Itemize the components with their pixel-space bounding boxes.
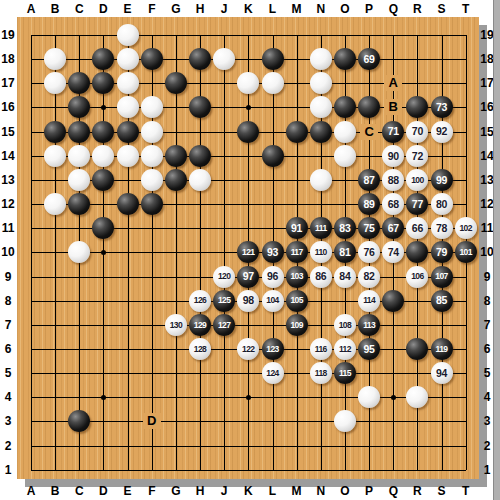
column-label: B [46,484,64,498]
white-stone-H6: 128 [189,338,211,360]
white-stone-O15 [334,121,356,143]
column-label: Q [384,2,402,16]
column-label: C [70,484,88,498]
column-label: K [239,2,257,16]
row-label: 9 [0,270,16,284]
column-label: M [288,2,306,16]
white-stone-O6: 112 [334,338,356,360]
column-label: P [360,484,378,498]
black-stone-J7: 127 [213,314,235,336]
white-stone-T11: 102 [455,217,477,239]
black-stone-C12 [68,193,90,215]
row-label: 15 [0,125,16,139]
white-stone-Q10: 74 [382,241,404,263]
column-label: D [94,484,112,498]
column-label: L [264,2,282,16]
move-number: 70 [412,126,423,137]
scrollbar-strip[interactable] [493,0,500,500]
move-number: 72 [412,151,423,162]
white-stone-E19 [117,24,139,46]
white-stone-N10: 110 [310,241,332,263]
go-diagram-viewer: 6973717092907287881009989687780911118375… [0,0,500,500]
black-stone-H7: 129 [189,314,211,336]
column-label: N [312,484,330,498]
white-stone-C10 [68,241,90,263]
column-label: A [22,2,40,16]
black-stone-D13 [92,169,114,191]
white-stone-S11: 78 [431,217,453,239]
move-number: 87 [364,175,375,186]
star-point [391,395,396,400]
white-stone-Q14: 90 [382,145,404,167]
move-number: 78 [436,223,447,234]
white-stone-B18 [44,48,66,70]
grid-line [31,470,466,471]
white-stone-O7: 108 [334,314,356,336]
move-number: 71 [388,126,399,137]
move-number: 89 [364,199,375,210]
column-label: Q [384,484,402,498]
column-label: O [336,2,354,16]
white-stone-E14 [117,145,139,167]
black-stone-F12 [141,193,163,215]
move-number: 130 [170,321,182,330]
column-label: F [143,2,161,16]
white-stone-L17 [262,72,284,94]
move-number: 79 [436,247,447,258]
move-number: 120 [218,272,230,281]
white-stone-R15: 70 [406,121,428,143]
move-number: 104 [266,296,278,305]
black-stone-Q8 [382,290,404,312]
black-stone-K9: 97 [237,266,259,288]
white-stone-L9: 96 [262,266,284,288]
move-number: 102 [459,224,471,233]
black-stone-C3 [68,410,90,432]
black-stone-J8: 125 [213,290,235,312]
white-stone-N17 [310,72,332,94]
star-point [101,105,106,110]
white-stone-J9: 120 [213,266,235,288]
white-stone-E16 [117,96,139,118]
white-stone-B14 [44,145,66,167]
white-stone-F15 [141,121,163,143]
black-stone-G17 [165,72,187,94]
black-stone-R16 [406,96,428,118]
white-stone-P10: 76 [358,241,380,263]
grid-line [31,446,466,447]
move-number: 93 [267,247,278,258]
row-label: 11 [0,221,16,235]
black-stone-Q11: 67 [382,217,404,239]
move-number: 118 [315,369,327,378]
annotation-B: B [384,99,402,115]
white-stone-E18 [117,48,139,70]
move-number: 106 [411,272,423,281]
black-stone-P7: 113 [358,314,380,336]
white-stone-S12: 80 [431,193,453,215]
move-number: 77 [412,199,423,210]
black-stone-R6 [406,338,428,360]
move-number: 86 [315,271,326,282]
move-number: 110 [315,248,327,257]
black-stone-M9: 103 [286,266,308,288]
white-stone-S5: 94 [431,362,453,384]
move-number: 88 [388,175,399,186]
column-label: F [143,484,161,498]
black-stone-M15 [286,121,308,143]
black-stone-E12 [117,193,139,215]
row-label: 17 [0,76,16,90]
black-stone-B15 [44,121,66,143]
black-stone-K10: 121 [237,241,259,263]
column-label: S [433,2,451,16]
black-stone-F18 [141,48,163,70]
star-point [101,395,106,400]
move-number: 81 [339,247,350,258]
black-stone-P18: 69 [358,48,380,70]
move-number: 113 [363,321,375,330]
white-stone-S15: 92 [431,121,453,143]
move-number: 126 [194,296,206,305]
column-label: L [264,484,282,498]
row-label: 10 [0,245,16,259]
white-stone-O3 [334,410,356,432]
row-label: 13 [0,173,16,187]
black-stone-L6: 123 [262,338,284,360]
black-stone-P6: 95 [358,338,380,360]
move-number: 82 [364,271,375,282]
grid-line [31,421,466,422]
grid-line [31,325,466,326]
white-stone-F13 [141,169,163,191]
column-label: H [191,484,209,498]
black-stone-P11: 75 [358,217,380,239]
row-label: 5 [0,366,16,380]
move-number: 67 [388,223,399,234]
black-stone-N15 [310,121,332,143]
white-stone-C13 [68,169,90,191]
white-stone-N9: 86 [310,266,332,288]
white-stone-F14 [141,145,163,167]
column-label: J [215,484,233,498]
white-stone-E17 [117,72,139,94]
row-label: 6 [0,342,16,356]
black-stone-Q15: 71 [382,121,404,143]
white-stone-K17 [237,72,259,94]
move-number: 75 [364,223,375,234]
move-number: 68 [388,199,399,210]
black-stone-K15 [237,121,259,143]
white-stone-D14 [92,145,114,167]
grid-line [31,373,466,374]
black-stone-M7: 109 [286,314,308,336]
black-stone-S13: 99 [431,169,453,191]
row-label: 12 [0,197,16,211]
column-label: G [167,484,185,498]
row-label: 3 [0,414,16,428]
column-label: G [167,2,185,16]
move-number: 94 [436,368,447,379]
white-stone-B12 [44,193,66,215]
black-stone-H16 [189,96,211,118]
white-stone-N6: 116 [310,338,332,360]
move-number: 125 [218,296,230,305]
annotation-A: A [384,75,402,91]
star-point [246,395,251,400]
row-label: 14 [0,149,16,163]
annotation-D: D [143,413,161,429]
white-stone-P9: 82 [358,266,380,288]
column-label: C [70,2,88,16]
black-stone-R12: 77 [406,193,428,215]
star-point [246,105,251,110]
white-stone-C14 [68,145,90,167]
white-stone-B17 [44,72,66,94]
row-label: 19 [0,28,16,42]
white-stone-Q13: 88 [382,169,404,191]
black-stone-S9: 107 [431,266,453,288]
black-stone-M8: 105 [286,290,308,312]
move-number: 101 [459,248,471,257]
move-number: 117 [291,248,303,257]
white-stone-P4 [358,386,380,408]
white-stone-K6: 122 [237,338,259,360]
move-number: 105 [290,296,302,305]
move-number: 80 [436,199,447,210]
white-stone-L5: 124 [262,362,284,384]
row-label: 16 [0,100,16,114]
black-stone-D17 [92,72,114,94]
black-stone-D18 [92,48,114,70]
white-stone-R4 [406,386,428,408]
move-number: 103 [290,272,302,281]
white-stone-J18 [213,48,235,70]
move-number: 111 [315,224,326,233]
move-number: 85 [436,295,447,306]
black-stone-S6: 119 [431,338,453,360]
column-label: N [312,2,330,16]
black-stone-C16 [68,96,90,118]
annotation-C: C [360,124,378,140]
white-stone-L8: 104 [262,290,284,312]
white-stone-F16 [141,96,163,118]
black-stone-G13 [165,169,187,191]
move-number: 96 [267,271,278,282]
column-label: S [433,484,451,498]
row-label: 8 [0,294,16,308]
move-number: 116 [315,345,327,354]
black-stone-P16 [358,96,380,118]
black-stone-P13: 87 [358,169,380,191]
black-stone-S8: 85 [431,290,453,312]
row-label: 2 [0,439,16,453]
move-number: 109 [290,321,302,330]
column-label: T [457,2,475,16]
move-number: 122 [242,345,254,354]
move-number: 107 [435,272,447,281]
column-label: T [457,484,475,498]
white-stone-H13 [189,169,211,191]
move-number: 97 [243,271,254,282]
black-stone-L18 [262,48,284,70]
white-stone-O9: 84 [334,266,356,288]
move-number: 127 [218,321,230,330]
black-stone-E15 [117,121,139,143]
move-number: 121 [242,248,254,257]
black-stone-P12: 89 [358,193,380,215]
white-stone-Q12: 68 [382,193,404,215]
black-stone-H18 [189,48,211,70]
move-number: 100 [411,176,423,185]
move-number: 98 [243,295,254,306]
white-stone-P8: 114 [358,290,380,312]
move-number: 90 [388,151,399,162]
white-stone-R9: 106 [406,266,428,288]
black-stone-R10 [406,241,428,263]
black-stone-L10: 93 [262,241,284,263]
move-number: 69 [364,54,375,65]
move-number: 92 [436,126,447,137]
column-label: H [191,2,209,16]
row-label: 7 [0,318,16,332]
row-label: 1 [0,463,16,477]
move-number: 76 [364,247,375,258]
move-number: 112 [339,345,351,354]
column-label: A [22,484,40,498]
row-label: 4 [0,390,16,404]
black-stone-O11: 83 [334,217,356,239]
move-number: 114 [363,296,375,305]
move-number: 99 [436,175,447,186]
white-stone-R13: 100 [406,169,428,191]
black-stone-S10: 79 [431,241,453,263]
column-label: M [288,484,306,498]
white-stone-N13 [310,169,332,191]
column-label: B [46,2,64,16]
column-label: J [215,2,233,16]
column-label: O [336,484,354,498]
move-number: 124 [266,369,278,378]
black-stone-G14 [165,145,187,167]
black-stone-O16 [334,96,356,118]
black-stone-O10: 81 [334,241,356,263]
column-label: P [360,2,378,16]
column-label: R [408,484,426,498]
white-stone-O14 [334,145,356,167]
white-stone-G7: 130 [165,314,187,336]
white-stone-H8: 126 [189,290,211,312]
white-stone-K8: 98 [237,290,259,312]
black-stone-O18 [334,48,356,70]
white-stone-R14: 72 [406,145,428,167]
black-stone-S16: 73 [431,96,453,118]
move-number: 128 [194,345,206,354]
star-point [101,250,106,255]
black-stone-D15 [92,121,114,143]
column-label: D [94,2,112,16]
black-stone-M11: 91 [286,217,308,239]
move-number: 66 [412,223,423,234]
column-label: E [119,484,137,498]
column-label: K [239,484,257,498]
row-label: 18 [0,52,16,66]
move-number: 95 [364,344,375,355]
white-stone-N18 [310,48,332,70]
black-stone-M10: 117 [286,241,308,263]
black-stone-C15 [68,121,90,143]
black-stone-L14 [262,145,284,167]
black-stone-D11 [92,217,114,239]
move-number: 91 [291,223,302,234]
go-board[interactable]: 6973717092907287881009989687780911118375… [17,17,479,479]
black-stone-T10: 101 [455,241,477,263]
move-number: 115 [339,369,351,378]
move-number: 129 [194,321,206,330]
move-number: 108 [339,321,351,330]
move-number: 84 [339,271,350,282]
black-stone-O5: 115 [334,362,356,384]
move-number: 119 [436,345,448,354]
move-number: 123 [266,345,278,354]
move-number: 73 [436,102,447,113]
white-stone-N5: 118 [310,362,332,384]
move-number: 74 [388,247,399,258]
black-stone-N11: 111 [310,217,332,239]
white-stone-R11: 66 [406,217,428,239]
black-stone-H14 [189,145,211,167]
column-label: E [119,2,137,16]
column-label: R [408,2,426,16]
move-number: 83 [339,223,350,234]
black-stone-C17 [68,72,90,94]
white-stone-N16 [310,96,332,118]
